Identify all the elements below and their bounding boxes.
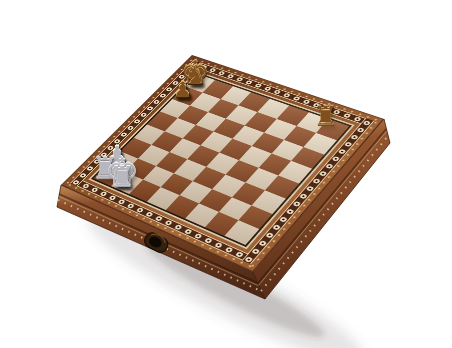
rim-piece-black-rook[interactable]: ♜ <box>314 103 339 131</box>
piece-white-rook[interactable]: ♜ <box>109 162 135 191</box>
chess-set-photo: ♜♞♝♛♚♝♞♟♟♟♟♟♟♟♟♟♟♟♟♟♟♟♟♞♝♛♚♝♞♜♜♜ <box>0 0 452 348</box>
piece-black-pawn[interactable]: ♟ <box>173 80 192 101</box>
